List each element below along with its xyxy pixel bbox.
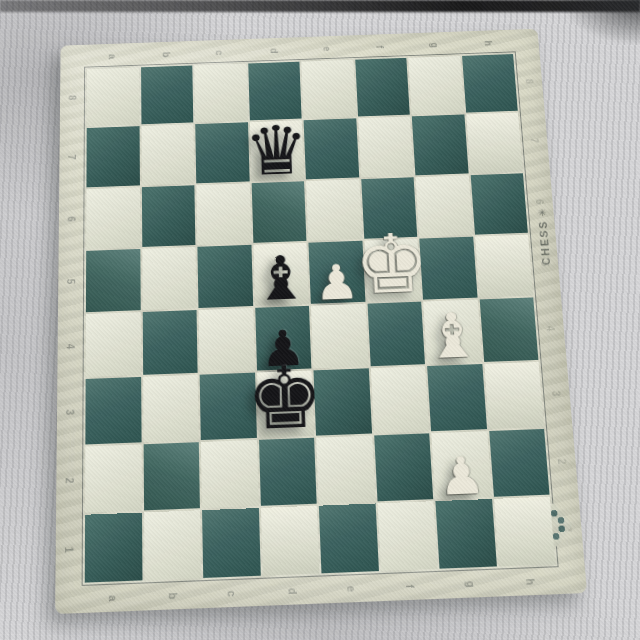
- file-label: e: [321, 577, 381, 599]
- photo-scene: abcdefgh abcdefgh 87654321 87654321 ♛♝♟♚…: [0, 0, 640, 640]
- square-a6: [86, 187, 140, 249]
- square-h5: [475, 234, 533, 297]
- brand-text: CHESS: [537, 219, 553, 265]
- square-b4: [142, 310, 197, 375]
- rank-label: 4: [62, 313, 79, 379]
- piece-black-bishop: ♝: [252, 247, 310, 309]
- square-b8: [141, 66, 194, 125]
- rank-label: 1: [61, 515, 78, 586]
- file-label: b: [142, 584, 202, 606]
- file-label-text: h: [482, 40, 493, 46]
- square-c2: [201, 439, 258, 507]
- square-b2: [143, 442, 200, 510]
- square-h4: [479, 297, 538, 362]
- square-f6: [361, 177, 417, 239]
- square-e5: ♟: [308, 240, 365, 303]
- square-e8: [301, 60, 355, 119]
- file-label: d: [261, 580, 321, 602]
- rank-label-text: 1: [64, 547, 76, 553]
- square-c6: [196, 183, 251, 245]
- piece-black-queen: ♛: [244, 115, 310, 185]
- piece-black-pawn: ♟: [260, 324, 307, 375]
- square-c7: [195, 122, 249, 182]
- square-b6: [141, 185, 195, 247]
- square-h3: [484, 362, 544, 428]
- square-f5: ♚: [364, 238, 421, 301]
- file-label-text: b: [166, 592, 178, 599]
- square-c3: [200, 373, 257, 440]
- rank-label-text: 2: [64, 477, 75, 483]
- square-d3: ♚: [257, 371, 314, 438]
- file-label-text: c: [214, 50, 225, 55]
- rank-label-text: 4: [65, 343, 76, 349]
- file-label: c: [192, 43, 246, 61]
- square-h8: [462, 54, 518, 113]
- square-a4: [86, 312, 141, 377]
- square-f1: [377, 501, 437, 571]
- square-d8: [248, 62, 302, 121]
- square-a5: [86, 249, 140, 313]
- file-label: h: [460, 34, 515, 52]
- square-g6: [415, 175, 472, 237]
- piece-white-bishop: ♝: [422, 305, 483, 369]
- file-label: h: [499, 570, 560, 592]
- square-a7: [86, 126, 139, 186]
- rank-label: 3: [62, 379, 79, 447]
- rank-label: 8: [65, 68, 81, 128]
- square-g7: [412, 115, 468, 175]
- square-g2: ♟: [431, 431, 491, 499]
- square-f7: [358, 117, 414, 177]
- square-h7: [466, 113, 523, 173]
- file-label-text: d: [268, 48, 279, 54]
- file-label: g: [439, 573, 500, 595]
- rank-label-text: 7: [67, 155, 78, 160]
- rank-label: 8: [520, 52, 540, 111]
- file-label: g: [406, 36, 461, 54]
- square-c4: [199, 308, 255, 373]
- file-label: d: [246, 42, 300, 60]
- rank-label-text: 6: [66, 216, 77, 222]
- file-label-text: b: [160, 51, 170, 57]
- square-a1: [85, 512, 142, 582]
- board-grid: ♛♝♟♚♟♝♚♟: [83, 52, 558, 585]
- square-g4: ♝: [423, 300, 482, 365]
- file-label: a: [85, 47, 139, 65]
- rank-label-text: 7: [529, 138, 540, 143]
- rank-label: 2: [61, 446, 78, 515]
- file-label: f: [380, 575, 441, 597]
- file-label-text: e: [321, 46, 332, 51]
- piece-white-pawn: ♟: [437, 449, 486, 502]
- square-h1: [494, 496, 556, 566]
- square-e4: [311, 304, 368, 369]
- square-f8: [355, 58, 410, 117]
- square-a8: [87, 67, 139, 126]
- square-d6: [251, 181, 306, 243]
- square-g8: [408, 56, 464, 115]
- square-a3: [85, 377, 141, 444]
- square-f4: [367, 302, 425, 367]
- square-d4: ♟: [255, 306, 312, 371]
- rank-label: 5: [63, 250, 79, 314]
- square-e7: [304, 119, 359, 179]
- rank-label: 3: [546, 360, 568, 427]
- square-h6: [470, 173, 528, 235]
- rank-label: 6: [64, 188, 80, 251]
- rank-label-text: 4: [545, 325, 556, 331]
- square-b5: [142, 247, 197, 310]
- square-f3: [370, 366, 429, 433]
- rank-label-text: 3: [65, 409, 76, 415]
- chess-board: abcdefgh abcdefgh 87654321 87654321 ♛♝♟♚…: [55, 29, 587, 614]
- square-g3: [427, 364, 486, 430]
- square-c5: [197, 245, 252, 308]
- file-label-text: c: [226, 590, 238, 596]
- corner-shadow: [560, 0, 640, 46]
- square-e1: [319, 503, 379, 573]
- square-a2: [85, 444, 141, 513]
- rank-label: 7: [64, 127, 80, 188]
- rank-label-text: 5: [66, 279, 77, 285]
- file-label: f: [353, 38, 407, 56]
- file-label: b: [139, 45, 193, 63]
- file-label: e: [300, 40, 354, 58]
- square-h2: [489, 428, 550, 496]
- star-gear-icon: ✳: [537, 207, 547, 218]
- rank-label-text: 8: [67, 95, 78, 100]
- square-b7: [141, 124, 194, 184]
- piece-white-pawn: ♟: [314, 258, 360, 308]
- square-g5: [419, 236, 477, 299]
- square-c8: [194, 64, 247, 123]
- square-d7: ♛: [249, 121, 304, 181]
- file-label-text: a: [107, 53, 117, 58]
- rank-label-text: 2: [556, 458, 568, 464]
- square-g1: [435, 499, 496, 569]
- square-d2: [258, 437, 316, 505]
- file-label-text: h: [523, 578, 535, 585]
- square-e2: [316, 435, 375, 503]
- square-d1: [260, 505, 319, 575]
- file-label-text: g: [428, 42, 439, 48]
- square-b1: [144, 510, 202, 580]
- file-label-text: d: [285, 587, 297, 594]
- file-label-text: g: [464, 580, 476, 587]
- top-edge-shadow: [0, 0, 640, 12]
- square-e3: [313, 369, 371, 436]
- rank-label-text: 3: [551, 391, 563, 397]
- rank-label: 2: [551, 427, 573, 496]
- square-b3: [143, 375, 199, 442]
- rank-label-text: 8: [524, 78, 535, 83]
- rank-labels-left: 87654321: [61, 68, 81, 586]
- file-label: a: [83, 587, 143, 609]
- square-d5: ♝: [253, 243, 309, 306]
- file-label-text: e: [345, 585, 357, 591]
- file-label-text: f: [375, 45, 386, 48]
- file-label-text: a: [107, 594, 119, 600]
- square-f2: [374, 433, 434, 501]
- rank-label-text: 6: [534, 199, 545, 205]
- square-c1: [202, 508, 260, 578]
- file-label: c: [202, 582, 262, 604]
- square-e6: [306, 179, 362, 241]
- file-label-text: f: [404, 584, 416, 588]
- rank-label: 7: [524, 110, 545, 171]
